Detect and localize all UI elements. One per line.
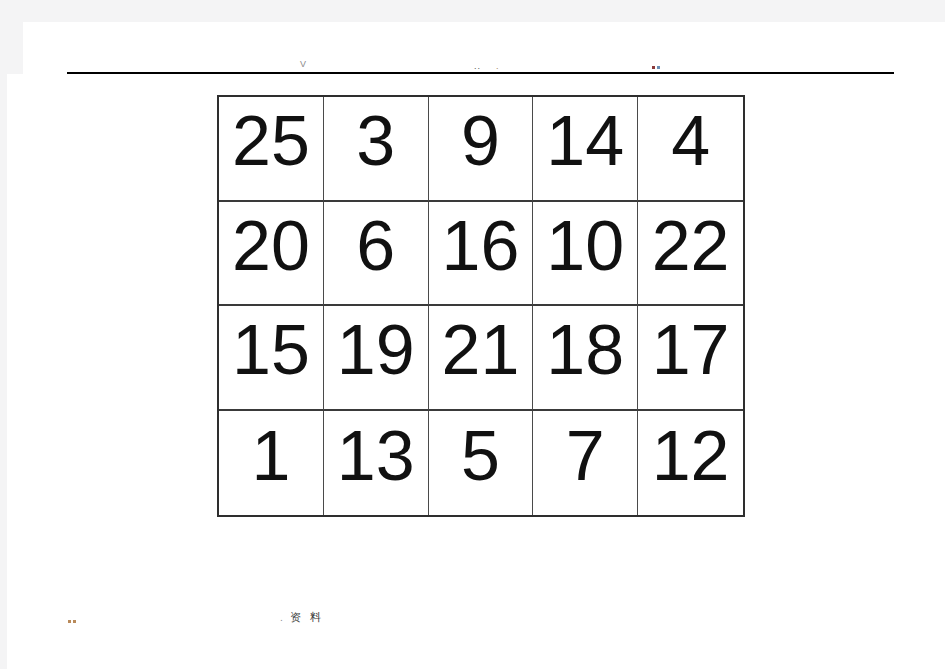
header-speck-blue (657, 66, 660, 69)
grid-cell-r2c3: 16 (429, 202, 534, 307)
footer-label: 资 料 (290, 611, 325, 624)
grid-cell-r3c3: 21 (429, 306, 534, 411)
grid-cell-r3c2: 19 (324, 306, 429, 411)
header-artifact-v: V (300, 60, 306, 69)
footer-speck-2 (73, 620, 76, 623)
grid-cell-r3c5: 17 (638, 306, 743, 411)
page-margin-corner (0, 22, 23, 74)
grid-cell-r1c3: 9 (429, 97, 534, 202)
grid-cell-r3c1: 15 (219, 306, 324, 411)
grid-cell-r4c1: 1 (219, 411, 324, 516)
number-grid: 25 3 9 14 4 20 6 16 10 22 15 19 21 18 17… (217, 95, 745, 517)
footer-dot: . (280, 613, 283, 623)
grid-cell-r1c5: 4 (638, 97, 743, 202)
grid-cell-r4c3: 5 (429, 411, 534, 516)
header-speck-red (652, 66, 655, 69)
grid-cell-r2c4: 10 (533, 202, 638, 307)
grid-cell-r1c4: 14 (533, 97, 638, 202)
grid-cell-r3c4: 18 (533, 306, 638, 411)
footer-note: .资 料 (280, 610, 324, 625)
grid-cell-r2c1: 20 (219, 202, 324, 307)
grid-cell-r2c5: 22 (638, 202, 743, 307)
header-artifact-dot: . (496, 62, 499, 71)
grid-cell-r2c2: 6 (324, 202, 429, 307)
page-margin-top (0, 0, 945, 22)
footer-speck-1 (68, 620, 71, 623)
grid-cell-r4c5: 12 (638, 411, 743, 516)
grid-cell-r4c2: 13 (324, 411, 429, 516)
grid-cell-r4c4: 7 (533, 411, 638, 516)
grid-cell-r1c2: 3 (324, 97, 429, 202)
grid-cell-r1c1: 25 (219, 97, 324, 202)
header-artifact-dots: .. (474, 62, 481, 71)
page-margin-left (0, 22, 7, 669)
header-rule (67, 72, 894, 74)
